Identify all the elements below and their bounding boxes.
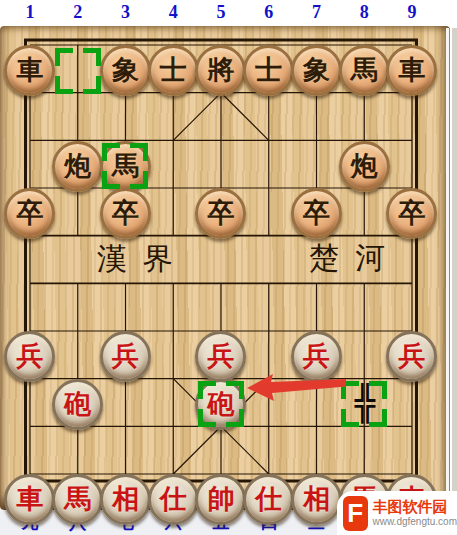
piece-red-cannon[interactable]: 砲	[195, 379, 246, 430]
piece-glyph: 相	[112, 485, 139, 512]
piece-red-advisor[interactable]: 仕	[243, 474, 294, 525]
piece-red-soldier[interactable]: 兵	[386, 331, 437, 382]
piece-glyph: 車	[16, 485, 43, 512]
piece-black-soldier[interactable]: 卒	[386, 188, 437, 239]
piece-glyph: 車	[398, 56, 425, 83]
file-label-top-7: 7	[293, 2, 341, 23]
piece-glyph: 相	[303, 485, 330, 512]
piece-glyph: 將	[207, 56, 234, 83]
piece-glyph: 象	[112, 56, 139, 83]
piece-glyph: 砲	[64, 390, 91, 417]
piece-red-horse[interactable]: 馬	[52, 474, 103, 525]
board-grid[interactable]: 車象士將士象馬車炮馬炮卒卒卒卒卒兵兵兵兵兵砲砲車馬相仕帥仕相馬車╬	[6, 47, 436, 524]
piece-glyph: 象	[303, 56, 330, 83]
piece-red-elephant[interactable]: 相	[291, 474, 342, 525]
piece-glyph: 馬	[64, 485, 91, 512]
piece-glyph: 卒	[303, 199, 330, 226]
piece-red-soldier[interactable]: 兵	[4, 331, 55, 382]
piece-glyph: 帥	[207, 485, 234, 512]
piece-red-general[interactable]: 帥	[195, 474, 246, 525]
piece-glyph: 士	[255, 56, 282, 83]
piece-black-chariot[interactable]: 車	[386, 45, 437, 96]
piece-red-soldier[interactable]: 兵	[291, 331, 342, 382]
piece-black-soldier[interactable]: 卒	[291, 188, 342, 239]
piece-black-advisor[interactable]: 士	[243, 45, 294, 96]
adjacent-window-edge	[446, 28, 457, 535]
piece-glyph: 卒	[16, 199, 43, 226]
file-label-top-5: 5	[197, 2, 245, 23]
piece-black-horse[interactable]: 馬	[339, 45, 390, 96]
piece-glyph: 兵	[207, 342, 234, 369]
file-label-top-8: 8	[340, 2, 388, 23]
file-label-top-2: 2	[54, 2, 102, 23]
piece-glyph: 炮	[64, 152, 91, 179]
watermark-logo-icon: F	[343, 496, 368, 531]
piece-black-general[interactable]: 將	[195, 45, 246, 96]
watermark: F 丰图软件园 www.dgfengtu.com	[337, 491, 457, 535]
piece-glyph: 馬	[351, 56, 378, 83]
piece-black-elephant[interactable]: 象	[100, 45, 151, 96]
watermark-site-name: 丰图软件园	[373, 499, 457, 516]
piece-glyph: 兵	[303, 342, 330, 369]
crosshair-cursor-icon: ╬	[355, 387, 375, 421]
piece-glyph: 兵	[398, 342, 425, 369]
piece-red-chariot[interactable]: 車	[4, 474, 55, 525]
file-label-top-4: 4	[149, 2, 197, 23]
piece-black-cannon[interactable]: 炮	[339, 141, 390, 192]
file-label-top-6: 6	[245, 2, 293, 23]
piece-glyph: 兵	[112, 342, 139, 369]
piece-red-soldier[interactable]: 兵	[100, 331, 151, 382]
piece-glyph: 炮	[351, 152, 378, 179]
piece-glyph: 仕	[255, 485, 282, 512]
piece-black-horse[interactable]: 馬	[100, 141, 151, 192]
piece-black-soldier[interactable]: 卒	[195, 188, 246, 239]
piece-glyph: 士	[160, 56, 187, 83]
piece-red-elephant[interactable]: 相	[100, 474, 151, 525]
xiangqi-app-window: 漢界 楚河 車象士將士象馬車炮馬炮卒卒卒卒卒兵兵兵兵兵砲砲車馬相仕帥仕相馬車╬ …	[0, 0, 457, 535]
piece-black-soldier[interactable]: 卒	[4, 188, 55, 239]
piece-glyph: 兵	[16, 342, 43, 369]
selection-marker	[55, 48, 101, 94]
piece-black-advisor[interactable]: 士	[148, 45, 199, 96]
piece-black-cannon[interactable]: 炮	[52, 141, 103, 192]
piece-black-elephant[interactable]: 象	[291, 45, 342, 96]
watermark-url: www.dgfengtu.com	[373, 516, 457, 527]
file-label-top-1: 1	[6, 2, 54, 23]
selection-marker-crosshair: ╬	[341, 381, 387, 427]
piece-glyph: 砲	[207, 390, 234, 417]
piece-glyph: 車	[16, 56, 43, 83]
piece-red-cannon[interactable]: 砲	[52, 379, 103, 430]
file-label-top-3: 3	[102, 2, 150, 23]
piece-glyph: 卒	[207, 199, 234, 226]
piece-red-soldier[interactable]: 兵	[195, 331, 246, 382]
piece-glyph: 仕	[160, 485, 187, 512]
piece-red-advisor[interactable]: 仕	[148, 474, 199, 525]
piece-glyph: 馬	[112, 152, 139, 179]
piece-black-soldier[interactable]: 卒	[100, 188, 151, 239]
piece-black-chariot[interactable]: 車	[4, 45, 55, 96]
piece-glyph: 卒	[398, 199, 425, 226]
piece-glyph: 卒	[112, 199, 139, 226]
file-label-top-9: 9	[388, 2, 436, 23]
